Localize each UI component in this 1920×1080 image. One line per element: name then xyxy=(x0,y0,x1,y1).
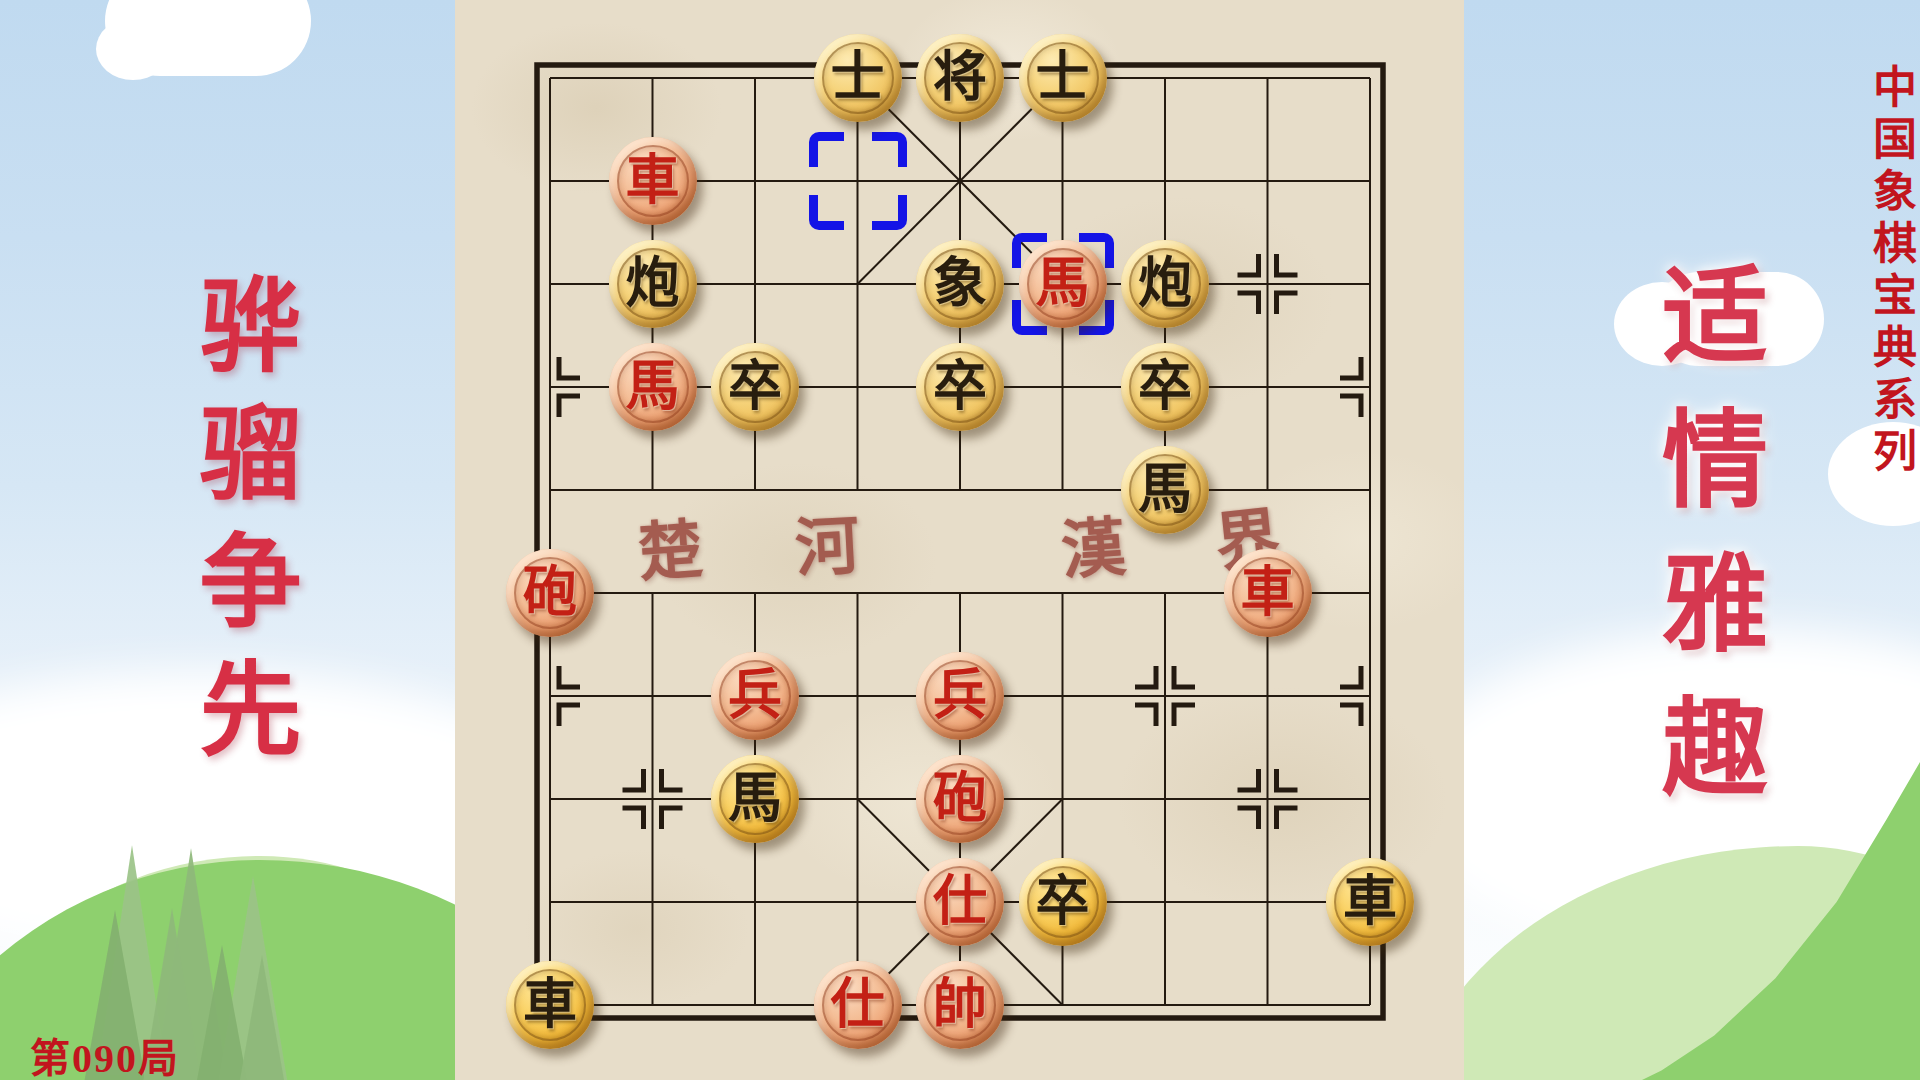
piece-red-advisor[interactable]: 仕 xyxy=(916,858,1004,946)
piece-glyph: 砲 xyxy=(523,566,577,620)
piece-black-chariot[interactable]: 車 xyxy=(506,961,594,1049)
piece-glyph: 卒 xyxy=(1036,875,1090,929)
piece-black-advisor[interactable]: 士 xyxy=(1019,34,1107,122)
piece-red-cannon[interactable]: 砲 xyxy=(916,755,1004,843)
piece-black-chariot[interactable]: 車 xyxy=(1326,858,1414,946)
piece-glyph: 炮 xyxy=(626,257,680,311)
river-text-han: 漢 xyxy=(1058,495,1128,591)
book-title: 适情雅趣 xyxy=(1627,260,1781,836)
piece-glyph: 炮 xyxy=(1138,257,1192,311)
piece-red-soldier[interactable]: 兵 xyxy=(711,652,799,740)
river-text-chu: 楚 xyxy=(635,497,705,593)
piece-red-advisor[interactable]: 仕 xyxy=(814,961,902,1049)
marker-corner xyxy=(872,132,907,167)
piece-black-general[interactable]: 将 xyxy=(916,34,1004,122)
piece-glyph: 帥 xyxy=(933,978,987,1032)
piece-glyph: 車 xyxy=(1343,875,1397,929)
piece-glyph: 将 xyxy=(933,51,987,105)
piece-glyph: 馬 xyxy=(1036,257,1090,311)
piece-black-soldier[interactable]: 卒 xyxy=(1019,858,1107,946)
piece-red-chariot[interactable]: 車 xyxy=(609,137,697,225)
piece-glyph: 兵 xyxy=(933,669,987,723)
piece-glyph: 士 xyxy=(1036,51,1090,105)
piece-glyph: 卒 xyxy=(728,360,782,414)
piece-black-soldier[interactable]: 卒 xyxy=(711,343,799,431)
piece-red-cannon[interactable]: 砲 xyxy=(506,549,594,637)
marker-corner xyxy=(809,195,844,230)
piece-black-soldier[interactable]: 卒 xyxy=(916,343,1004,431)
piece-glyph: 仕 xyxy=(831,978,885,1032)
marker-corner xyxy=(809,132,844,167)
piece-red-horse[interactable]: 馬 xyxy=(609,343,697,431)
piece-glyph: 仕 xyxy=(933,875,987,929)
piece-red-horse[interactable]: 馬 xyxy=(1019,240,1107,328)
piece-black-advisor[interactable]: 士 xyxy=(814,34,902,122)
puzzle-number: 第090局 xyxy=(30,1026,180,1080)
piece-red-general[interactable]: 帥 xyxy=(916,961,1004,1049)
piece-glyph: 馬 xyxy=(728,772,782,826)
piece-black-elephant[interactable]: 象 xyxy=(916,240,1004,328)
piece-glyph: 砲 xyxy=(933,772,987,826)
piece-black-horse[interactable]: 馬 xyxy=(1121,446,1209,534)
series-label: 中国象棋宝典系列 xyxy=(1858,64,1920,480)
piece-glyph: 車 xyxy=(523,978,577,1032)
piece-glyph: 象 xyxy=(933,257,987,311)
piece-glyph: 士 xyxy=(831,51,885,105)
piece-red-soldier[interactable]: 兵 xyxy=(916,652,1004,740)
river-text-he: 河 xyxy=(793,493,862,588)
piece-glyph: 車 xyxy=(626,154,680,208)
piece-glyph: 卒 xyxy=(1138,360,1192,414)
piece-black-soldier[interactable]: 卒 xyxy=(1121,343,1209,431)
piece-glyph: 卒 xyxy=(933,360,987,414)
piece-glyph: 兵 xyxy=(728,669,782,723)
move-from-marker xyxy=(809,132,907,230)
piece-black-cannon[interactable]: 炮 xyxy=(609,240,697,328)
marker-corner xyxy=(872,195,907,230)
piece-black-horse[interactable]: 馬 xyxy=(711,755,799,843)
piece-red-chariot[interactable]: 車 xyxy=(1224,549,1312,637)
piece-glyph: 馬 xyxy=(1138,463,1192,517)
puzzle-title: 骅骝争先 xyxy=(167,272,314,784)
piece-glyph: 車 xyxy=(1241,566,1295,620)
app-window: 楚 河 漢 界 士将士車炮象馬炮馬卒卒卒馬砲車兵兵馬砲仕卒車車仕帥 骅骝争先 第… xyxy=(0,0,1920,1080)
piece-glyph: 馬 xyxy=(626,360,680,414)
piece-black-cannon[interactable]: 炮 xyxy=(1121,240,1209,328)
